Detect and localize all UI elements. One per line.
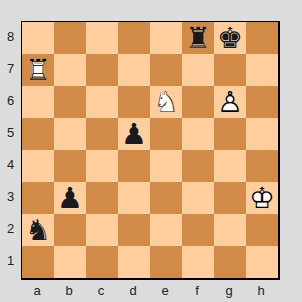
piece-white-rook-a7[interactable]: ♜♖	[22, 54, 54, 86]
black-pawn-glyph: ♟	[54, 182, 86, 214]
square-h5[interactable]	[246, 118, 278, 150]
square-f1[interactable]	[182, 246, 214, 278]
square-c1[interactable]	[86, 246, 118, 278]
rank-label-8: 8	[2, 21, 19, 53]
rank-label-7: 7	[2, 53, 19, 85]
piece-white-king-h3[interactable]: ♚♔	[246, 182, 278, 214]
white-rook-outline-glyph: ♖	[22, 54, 54, 86]
square-g2[interactable]	[214, 214, 246, 246]
black-king-glyph: ♚	[214, 22, 246, 54]
square-f6[interactable]	[182, 86, 214, 118]
square-c8[interactable]	[86, 22, 118, 54]
square-d8[interactable]	[118, 22, 150, 54]
square-h7[interactable]	[246, 54, 278, 86]
square-e8[interactable]	[150, 22, 182, 54]
rank-label-5: 5	[2, 117, 19, 149]
square-g1[interactable]	[214, 246, 246, 278]
square-h6[interactable]	[246, 86, 278, 118]
square-a4[interactable]	[22, 150, 54, 182]
square-d7[interactable]	[118, 54, 150, 86]
square-d2[interactable]	[118, 214, 150, 246]
square-a6[interactable]	[22, 86, 54, 118]
square-f2[interactable]	[182, 214, 214, 246]
file-label-d: d	[117, 281, 149, 301]
white-king-outline-glyph: ♔	[246, 182, 278, 214]
square-c2[interactable]	[86, 214, 118, 246]
rank-label-2: 2	[2, 213, 19, 245]
rank-label-4: 4	[2, 149, 19, 181]
square-f8[interactable]: ♜	[182, 22, 214, 54]
square-e1[interactable]	[150, 246, 182, 278]
square-f7[interactable]	[182, 54, 214, 86]
square-d3[interactable]	[118, 182, 150, 214]
square-d1[interactable]	[118, 246, 150, 278]
square-b5[interactable]	[54, 118, 86, 150]
file-label-a: a	[21, 281, 53, 301]
square-e6[interactable]: ♞♘	[150, 86, 182, 118]
square-b7[interactable]	[54, 54, 86, 86]
square-c6[interactable]	[86, 86, 118, 118]
file-label-h: h	[245, 281, 277, 301]
rank-label-6: 6	[2, 85, 19, 117]
square-e4[interactable]	[150, 150, 182, 182]
square-f5[interactable]	[182, 118, 214, 150]
square-g5[interactable]	[214, 118, 246, 150]
square-a8[interactable]	[22, 22, 54, 54]
square-e7[interactable]	[150, 54, 182, 86]
square-b8[interactable]	[54, 22, 86, 54]
square-b3[interactable]: ♟	[54, 182, 86, 214]
square-c7[interactable]	[86, 54, 118, 86]
file-label-e: e	[149, 281, 181, 301]
square-g7[interactable]	[214, 54, 246, 86]
square-a3[interactable]	[22, 182, 54, 214]
square-b2[interactable]	[54, 214, 86, 246]
rank-label-1: 1	[2, 245, 19, 277]
square-g3[interactable]	[214, 182, 246, 214]
square-a2[interactable]: ♞	[22, 214, 54, 246]
square-b4[interactable]	[54, 150, 86, 182]
square-a1[interactable]	[22, 246, 54, 278]
piece-white-knight-e6[interactable]: ♞♘	[150, 86, 182, 118]
square-h3[interactable]: ♚♔	[246, 182, 278, 214]
square-c5[interactable]	[86, 118, 118, 150]
white-pawn-outline-glyph: ♙	[214, 86, 246, 118]
square-h1[interactable]	[246, 246, 278, 278]
square-h2[interactable]	[246, 214, 278, 246]
square-a7[interactable]: ♜♖	[22, 54, 54, 86]
square-g4[interactable]	[214, 150, 246, 182]
square-b1[interactable]	[54, 246, 86, 278]
black-pawn-glyph: ♟	[118, 118, 150, 150]
file-label-g: g	[213, 281, 245, 301]
piece-black-pawn-b3[interactable]: ♟	[54, 182, 86, 214]
square-c3[interactable]	[86, 182, 118, 214]
piece-black-rook-f8[interactable]: ♜	[182, 22, 214, 54]
square-c4[interactable]	[86, 150, 118, 182]
piece-white-pawn-g6[interactable]: ♟♙	[214, 86, 246, 118]
black-rook-glyph: ♜	[182, 22, 214, 54]
square-g8[interactable]: ♚	[214, 22, 246, 54]
file-label-f: f	[181, 281, 213, 301]
file-label-c: c	[85, 281, 117, 301]
rank-label-3: 3	[2, 181, 19, 213]
file-label-b: b	[53, 281, 85, 301]
square-h4[interactable]	[246, 150, 278, 182]
black-knight-glyph: ♞	[22, 214, 54, 246]
chess-board: ♜♚♜♖♞♘♟♙♟♟♚♔♞	[21, 21, 280, 280]
square-e2[interactable]	[150, 214, 182, 246]
piece-black-pawn-d5[interactable]: ♟	[118, 118, 150, 150]
square-f3[interactable]	[182, 182, 214, 214]
square-g6[interactable]: ♟♙	[214, 86, 246, 118]
square-d6[interactable]	[118, 86, 150, 118]
square-d4[interactable]	[118, 150, 150, 182]
piece-black-knight-a2[interactable]: ♞	[22, 214, 54, 246]
square-d5[interactable]: ♟	[118, 118, 150, 150]
square-f4[interactable]	[182, 150, 214, 182]
square-h8[interactable]	[246, 22, 278, 54]
square-e3[interactable]	[150, 182, 182, 214]
piece-black-king-g8[interactable]: ♚	[214, 22, 246, 54]
chess-diagram: ♜♚♜♖♞♘♟♙♟♟♚♔♞ 87654321abcdefgh	[0, 0, 302, 302]
square-a5[interactable]	[22, 118, 54, 150]
white-knight-outline-glyph: ♘	[150, 86, 182, 118]
square-b6[interactable]	[54, 86, 86, 118]
square-e5[interactable]	[150, 118, 182, 150]
